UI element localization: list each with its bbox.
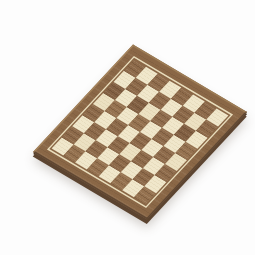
chess-board (33, 45, 247, 220)
maple-inlay-line (47, 56, 233, 208)
chessboard-photo (0, 0, 255, 255)
board-squares (52, 60, 229, 205)
